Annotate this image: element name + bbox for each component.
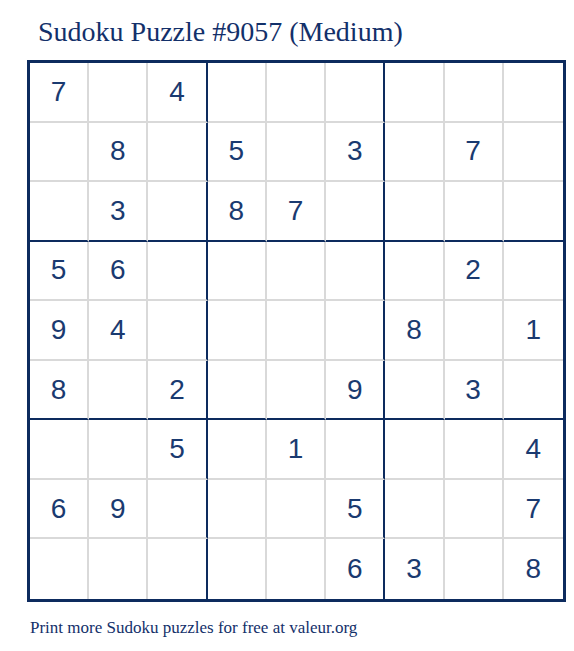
cell-r8c9[interactable]: 7 [504, 480, 563, 540]
footer-text: Print more Sudoku puzzles for free at va… [30, 618, 357, 638]
cell-r6c5[interactable] [267, 361, 326, 421]
cell-r8c2[interactable]: 9 [89, 480, 148, 540]
page-title: Sudoku Puzzle #9057 (Medium) [38, 16, 403, 48]
cell-r1c4[interactable] [208, 63, 267, 123]
cell-r3c8[interactable] [445, 182, 504, 242]
cell-r5c4[interactable] [208, 301, 267, 361]
cell-r8c5[interactable] [267, 480, 326, 540]
cell-r6c6[interactable]: 9 [326, 361, 385, 421]
cell-r1c5[interactable] [267, 63, 326, 123]
cell-r4c5[interactable] [267, 242, 326, 302]
cell-r3c1[interactable] [30, 182, 89, 242]
cell-r4c8[interactable]: 2 [445, 242, 504, 302]
cell-r2c9[interactable] [504, 123, 563, 183]
cell-r4c3[interactable] [148, 242, 207, 302]
cell-r3c6[interactable] [326, 182, 385, 242]
cell-r4c1[interactable]: 5 [30, 242, 89, 302]
cell-r9c4[interactable] [208, 539, 267, 599]
cell-r8c4[interactable] [208, 480, 267, 540]
cell-r5c3[interactable] [148, 301, 207, 361]
cell-r1c1[interactable]: 7 [30, 63, 89, 123]
cell-r6c9[interactable] [504, 361, 563, 421]
cell-r3c9[interactable] [504, 182, 563, 242]
cell-r7c8[interactable] [445, 420, 504, 480]
cell-r9c9[interactable]: 8 [504, 539, 563, 599]
cell-r7c5[interactable]: 1 [267, 420, 326, 480]
cell-r2c2[interactable]: 8 [89, 123, 148, 183]
cell-r8c1[interactable]: 6 [30, 480, 89, 540]
cell-r3c4[interactable]: 8 [208, 182, 267, 242]
sudoku-board: 748537387562948182935146957638 [27, 60, 566, 602]
cell-r9c2[interactable] [89, 539, 148, 599]
cell-r4c9[interactable] [504, 242, 563, 302]
cell-r2c7[interactable] [385, 123, 444, 183]
cell-r7c6[interactable] [326, 420, 385, 480]
cell-r8c7[interactable] [385, 480, 444, 540]
cell-r4c4[interactable] [208, 242, 267, 302]
cell-r2c3[interactable] [148, 123, 207, 183]
cell-r7c9[interactable]: 4 [504, 420, 563, 480]
cell-r4c7[interactable] [385, 242, 444, 302]
cell-r1c9[interactable] [504, 63, 563, 123]
cell-r3c7[interactable] [385, 182, 444, 242]
cell-r7c3[interactable]: 5 [148, 420, 207, 480]
cell-r1c6[interactable] [326, 63, 385, 123]
cell-r9c5[interactable] [267, 539, 326, 599]
cell-r1c8[interactable] [445, 63, 504, 123]
cell-r1c2[interactable] [89, 63, 148, 123]
cell-r2c1[interactable] [30, 123, 89, 183]
cell-r2c6[interactable]: 3 [326, 123, 385, 183]
cell-r6c2[interactable] [89, 361, 148, 421]
cell-r5c2[interactable]: 4 [89, 301, 148, 361]
cell-r5c7[interactable]: 8 [385, 301, 444, 361]
cell-r3c5[interactable]: 7 [267, 182, 326, 242]
cell-r5c6[interactable] [326, 301, 385, 361]
cell-r7c7[interactable] [385, 420, 444, 480]
cell-r3c2[interactable]: 3 [89, 182, 148, 242]
cell-r1c3[interactable]: 4 [148, 63, 207, 123]
cell-r7c2[interactable] [89, 420, 148, 480]
cell-r6c8[interactable]: 3 [445, 361, 504, 421]
cell-r2c5[interactable] [267, 123, 326, 183]
cell-r5c8[interactable] [445, 301, 504, 361]
cell-r3c3[interactable] [148, 182, 207, 242]
cell-r9c1[interactable] [30, 539, 89, 599]
cell-r7c4[interactable] [208, 420, 267, 480]
cell-r8c6[interactable]: 5 [326, 480, 385, 540]
cell-r8c3[interactable] [148, 480, 207, 540]
cell-r9c7[interactable]: 3 [385, 539, 444, 599]
sudoku-page: Sudoku Puzzle #9057 (Medium) 74853738756… [0, 0, 574, 651]
cell-r6c1[interactable]: 8 [30, 361, 89, 421]
cell-r7c1[interactable] [30, 420, 89, 480]
cell-r2c4[interactable]: 5 [208, 123, 267, 183]
cell-r9c6[interactable]: 6 [326, 539, 385, 599]
cell-r5c5[interactable] [267, 301, 326, 361]
cell-r6c7[interactable] [385, 361, 444, 421]
cell-r9c3[interactable] [148, 539, 207, 599]
cell-r6c4[interactable] [208, 361, 267, 421]
cell-r4c2[interactable]: 6 [89, 242, 148, 302]
cell-r6c3[interactable]: 2 [148, 361, 207, 421]
cell-r2c8[interactable]: 7 [445, 123, 504, 183]
cell-r4c6[interactable] [326, 242, 385, 302]
cell-r5c9[interactable]: 1 [504, 301, 563, 361]
cell-r8c8[interactable] [445, 480, 504, 540]
cell-r9c8[interactable] [445, 539, 504, 599]
cell-r1c7[interactable] [385, 63, 444, 123]
cell-r5c1[interactable]: 9 [30, 301, 89, 361]
